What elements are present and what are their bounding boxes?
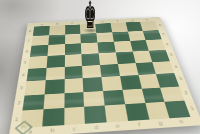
square-e5 bbox=[99, 52, 118, 64]
square-c5 bbox=[64, 54, 82, 66]
square-h5 bbox=[149, 50, 170, 62]
square-b5 bbox=[46, 55, 64, 68]
coordinate-label: h bbox=[170, 117, 194, 127]
photo-scene: abcdefgh abcdefgh 87654321 87654321 ♘ ♚ bbox=[0, 0, 200, 134]
square-c1 bbox=[64, 107, 86, 125]
square-a2 bbox=[22, 94, 44, 111]
square-h2 bbox=[160, 86, 184, 102]
square-h1 bbox=[165, 101, 191, 118]
board-logo-stamp: ♘ bbox=[14, 120, 33, 134]
board-grid bbox=[20, 21, 190, 128]
square-e3 bbox=[101, 76, 122, 91]
square-e1 bbox=[105, 105, 128, 123]
square-c2 bbox=[64, 92, 84, 108]
square-d2 bbox=[84, 91, 105, 107]
square-a4 bbox=[27, 68, 47, 82]
coordinate-label: f bbox=[128, 120, 151, 130]
square-h3 bbox=[156, 73, 179, 87]
square-c3 bbox=[64, 78, 84, 93]
square-d3 bbox=[83, 77, 103, 92]
square-d1 bbox=[84, 106, 106, 124]
square-a3 bbox=[25, 80, 46, 95]
square-b2 bbox=[43, 93, 64, 109]
square-d4 bbox=[82, 65, 101, 79]
square-c4 bbox=[64, 66, 83, 80]
square-b1 bbox=[42, 108, 64, 126]
coordinate-label: b bbox=[41, 125, 63, 134]
black-king-piece: ♚ bbox=[84, 1, 97, 31]
square-d5 bbox=[82, 53, 100, 65]
square-b4 bbox=[45, 67, 64, 81]
chess-board: abcdefgh abcdefgh 87654321 87654321 ♘ bbox=[8, 17, 200, 134]
coordinate-label: c bbox=[64, 124, 86, 134]
square-e4 bbox=[100, 64, 120, 77]
coordinate-label: g bbox=[149, 118, 173, 128]
square-e2 bbox=[103, 90, 125, 106]
knight-logo-icon: ♘ bbox=[20, 124, 27, 131]
coordinate-label: e bbox=[107, 121, 130, 131]
coordinate-label: d bbox=[85, 122, 107, 133]
square-b3 bbox=[44, 79, 64, 94]
square-h4 bbox=[152, 61, 174, 74]
